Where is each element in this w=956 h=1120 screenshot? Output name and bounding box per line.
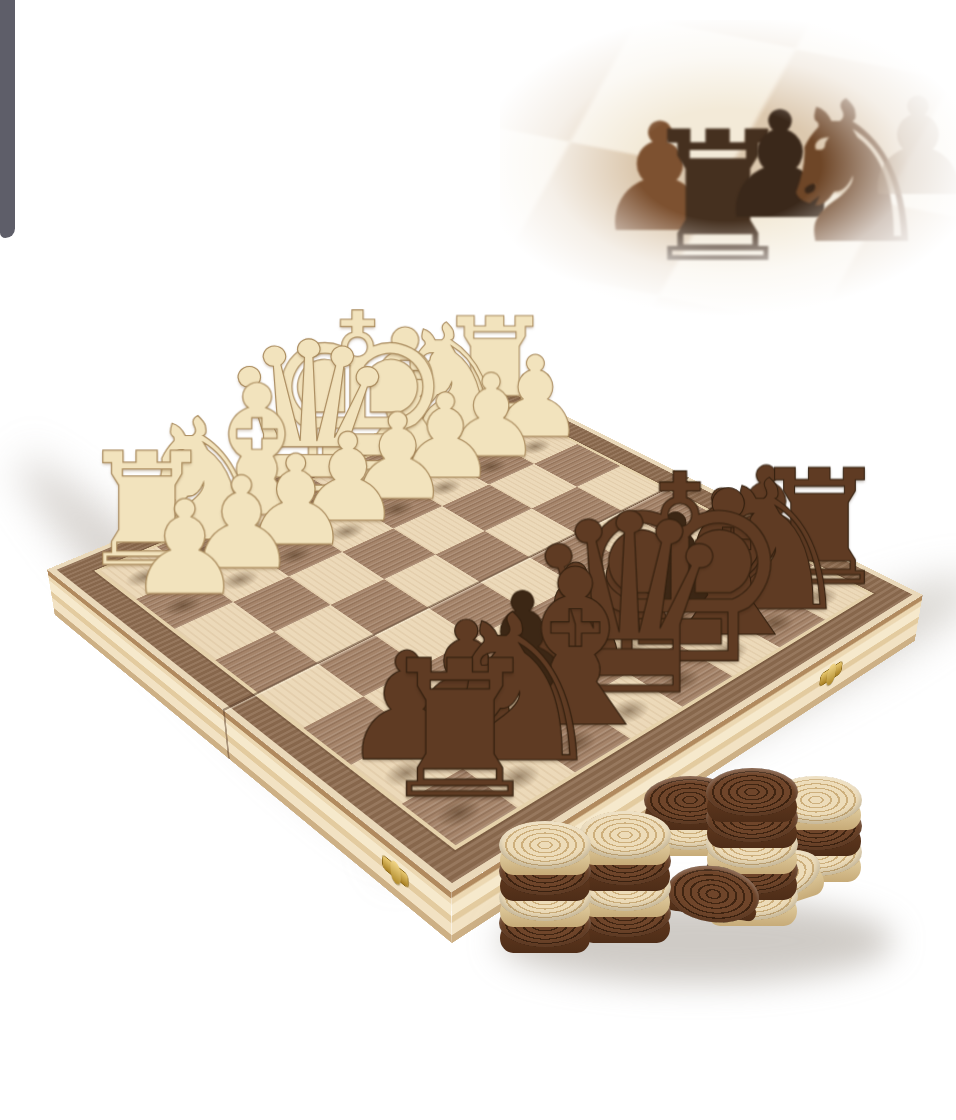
checker-top-rings-icon: [706, 768, 798, 816]
product-photo: ♟♜♟♞♟ ♜♞♝♛♚♝♞♜♟♟♟♟♟♟♟♟♟♟♟♟♟♟♟♟♜♞♝♛♚♝♞♜: [0, 0, 956, 1120]
piece-white-pawn-a2: ♟: [32, 497, 337, 601]
box-fold-gap: [223, 710, 230, 760]
checker-dark-19: [661, 860, 763, 948]
checker-light-4: [579, 811, 671, 887]
checker-light-0: [499, 821, 591, 897]
piece-black-rook-a8: ♜: [279, 654, 639, 806]
checker-top-rings-icon: [499, 821, 591, 869]
checker-top-rings-icon: [579, 811, 671, 859]
checker-dark-10: [706, 768, 798, 844]
clasp-knob-icon: [390, 858, 401, 888]
